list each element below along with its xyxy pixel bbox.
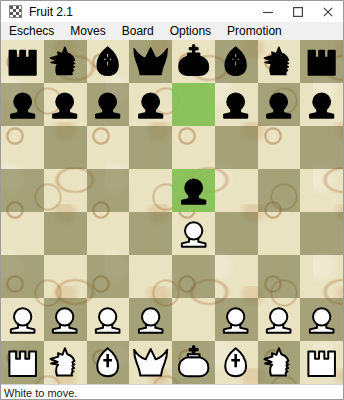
piece-black-bishop[interactable]	[87, 40, 130, 83]
piece-black-pawn[interactable]	[129, 83, 172, 126]
maximize-icon	[293, 7, 303, 17]
status-bar: White to move.	[1, 384, 343, 400]
piece-white-pawn[interactable]	[44, 298, 87, 341]
square-h5[interactable]	[300, 169, 343, 212]
piece-white-knight[interactable]	[44, 341, 87, 384]
piece-white-pawn[interactable]	[129, 298, 172, 341]
square-e3[interactable]	[172, 255, 215, 298]
square-f7[interactable]	[215, 83, 258, 126]
square-g3[interactable]	[258, 255, 301, 298]
square-e2[interactable]	[172, 298, 215, 341]
chess-board	[1, 40, 343, 384]
square-c4[interactable]	[87, 212, 130, 255]
menu-bar: Eschecs Moves Board Options Promotion	[1, 22, 343, 40]
app-icon	[9, 5, 22, 18]
square-b5[interactable]	[44, 169, 87, 212]
piece-black-king[interactable]	[172, 40, 215, 83]
square-e8[interactable]	[172, 40, 215, 83]
square-c5[interactable]	[87, 169, 130, 212]
minimize-button[interactable]	[253, 1, 283, 22]
square-g5[interactable]	[258, 169, 301, 212]
square-g1[interactable]	[258, 341, 301, 384]
square-b3[interactable]	[44, 255, 87, 298]
square-e5[interactable]	[172, 169, 215, 212]
piece-black-rook[interactable]	[1, 40, 44, 83]
square-f5[interactable]	[215, 169, 258, 212]
square-f8[interactable]	[215, 40, 258, 83]
menu-item-moves[interactable]: Moves	[62, 22, 113, 40]
square-b2[interactable]	[44, 298, 87, 341]
piece-white-pawn[interactable]	[87, 298, 130, 341]
square-a6[interactable]	[1, 126, 44, 169]
square-e4[interactable]	[172, 212, 215, 255]
square-h3[interactable]	[300, 255, 343, 298]
piece-black-pawn[interactable]	[258, 83, 301, 126]
square-b4[interactable]	[44, 212, 87, 255]
square-a2[interactable]	[1, 298, 44, 341]
window-title: Fruit 2.1	[29, 5, 253, 19]
square-d6[interactable]	[129, 126, 172, 169]
piece-black-pawn[interactable]	[44, 83, 87, 126]
menu-item-board[interactable]: Board	[114, 22, 162, 40]
square-g2[interactable]	[258, 298, 301, 341]
piece-black-rook[interactable]	[300, 40, 343, 83]
square-a5[interactable]	[1, 169, 44, 212]
square-d7[interactable]	[129, 83, 172, 126]
square-h8[interactable]	[300, 40, 343, 83]
square-c8[interactable]	[87, 40, 130, 83]
square-b8[interactable]	[44, 40, 87, 83]
piece-white-pawn[interactable]	[258, 298, 301, 341]
square-a8[interactable]	[1, 40, 44, 83]
status-text: White to move.	[1, 387, 77, 399]
piece-white-pawn[interactable]	[215, 298, 258, 341]
piece-white-bishop[interactable]	[87, 341, 130, 384]
app-window: Fruit 2.1 Eschecs Moves Board Options Pr…	[0, 0, 344, 400]
square-c3[interactable]	[87, 255, 130, 298]
piece-white-knight[interactable]	[258, 341, 301, 384]
piece-white-pawn[interactable]	[172, 212, 215, 255]
menu-item-promotion[interactable]: Promotion	[219, 22, 290, 40]
piece-white-king[interactable]	[172, 341, 215, 384]
square-f6[interactable]	[215, 126, 258, 169]
square-d5[interactable]	[129, 169, 172, 212]
square-c1[interactable]	[87, 341, 130, 384]
square-b1[interactable]	[44, 341, 87, 384]
square-a3[interactable]	[1, 255, 44, 298]
square-c2[interactable]	[87, 298, 130, 341]
square-h7[interactable]	[300, 83, 343, 126]
square-g7[interactable]	[258, 83, 301, 126]
piece-white-pawn[interactable]	[300, 298, 343, 341]
square-f2[interactable]	[215, 298, 258, 341]
piece-white-pawn[interactable]	[1, 298, 44, 341]
piece-white-bishop[interactable]	[215, 341, 258, 384]
square-g4[interactable]	[258, 212, 301, 255]
piece-black-queen[interactable]	[129, 40, 172, 83]
square-b7[interactable]	[44, 83, 87, 126]
menu-item-eschecs[interactable]: Eschecs	[1, 22, 62, 40]
square-d3[interactable]	[129, 255, 172, 298]
square-c7[interactable]	[87, 83, 130, 126]
close-icon	[323, 7, 333, 17]
piece-black-knight[interactable]	[258, 40, 301, 83]
square-d4[interactable]	[129, 212, 172, 255]
piece-white-queen[interactable]	[129, 341, 172, 384]
square-h6[interactable]	[300, 126, 343, 169]
square-f4[interactable]	[215, 212, 258, 255]
close-button[interactable]	[313, 1, 343, 22]
menu-item-options[interactable]: Options	[162, 22, 219, 40]
square-g8[interactable]	[258, 40, 301, 83]
square-h4[interactable]	[300, 212, 343, 255]
piece-black-pawn[interactable]	[1, 83, 44, 126]
piece-black-pawn[interactable]	[300, 83, 343, 126]
square-b6[interactable]	[44, 126, 87, 169]
square-a4[interactable]	[1, 212, 44, 255]
piece-black-bishop[interactable]	[215, 40, 258, 83]
piece-black-pawn[interactable]	[172, 169, 215, 212]
square-e7[interactable]	[172, 83, 215, 126]
square-d8[interactable]	[129, 40, 172, 83]
square-h1[interactable]	[300, 341, 343, 384]
square-a1[interactable]	[1, 341, 44, 384]
square-e1[interactable]	[172, 341, 215, 384]
piece-black-knight[interactable]	[44, 40, 87, 83]
minimize-icon	[263, 7, 273, 17]
square-d2[interactable]	[129, 298, 172, 341]
piece-white-rook[interactable]	[1, 341, 44, 384]
piece-white-rook[interactable]	[300, 341, 343, 384]
square-c6[interactable]	[87, 126, 130, 169]
square-f3[interactable]	[215, 255, 258, 298]
square-e6[interactable]	[172, 126, 215, 169]
piece-black-pawn[interactable]	[87, 83, 130, 126]
piece-black-pawn[interactable]	[215, 83, 258, 126]
title-bar: Fruit 2.1	[1, 1, 343, 22]
square-g6[interactable]	[258, 126, 301, 169]
square-h2[interactable]	[300, 298, 343, 341]
square-a7[interactable]	[1, 83, 44, 126]
maximize-button[interactable]	[283, 1, 313, 22]
square-f1[interactable]	[215, 341, 258, 384]
square-d1[interactable]	[129, 341, 172, 384]
